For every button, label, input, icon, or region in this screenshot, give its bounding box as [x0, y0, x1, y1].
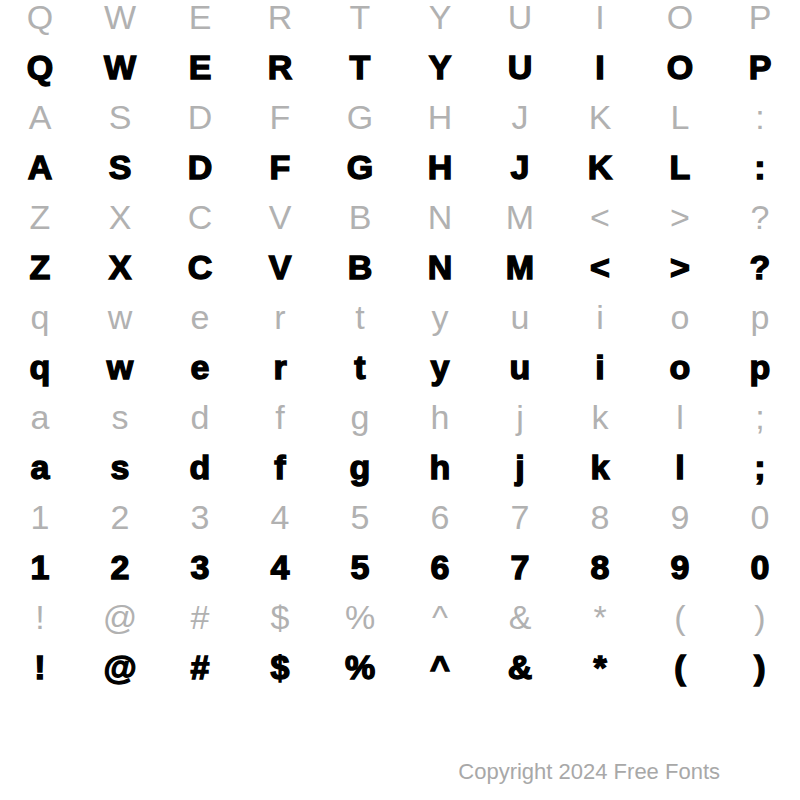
- glyph-cell: ;: [720, 442, 800, 492]
- glyph-cell: C: [160, 192, 240, 242]
- glyph-cell: A: [0, 92, 80, 142]
- copyright-text: Copyright 2024 Free Fonts: [0, 760, 720, 784]
- glyph-cell: k: [560, 392, 640, 442]
- glyph-cell: *: [560, 642, 640, 692]
- glyph-cell: R: [240, 42, 320, 92]
- glyph-cell: K: [560, 142, 640, 192]
- glyph-cell: G: [320, 92, 400, 142]
- glyph-cell: ;: [720, 392, 800, 442]
- glyph-cell: (: [640, 642, 720, 692]
- glyph-cell: 8: [560, 492, 640, 542]
- glyph-cell: T: [320, 42, 400, 92]
- glyph-cell: 5: [320, 542, 400, 592]
- glyph-cell: y: [400, 292, 480, 342]
- glyph-cell: i: [560, 342, 640, 392]
- glyph-cell: Z: [0, 242, 80, 292]
- glyph-cell: i: [560, 292, 640, 342]
- glyph-cell: R: [240, 0, 320, 42]
- glyph-cell: ?: [720, 192, 800, 242]
- glyph-cell: P: [720, 0, 800, 42]
- font-specimen-grid: QWERTYUIOPQWERTYUIOPASDFGHJKL:ASDFGHJKL:…: [0, 0, 800, 692]
- glyph-cell: y: [400, 342, 480, 392]
- glyph-cell: N: [400, 242, 480, 292]
- glyph-cell: I: [560, 0, 640, 42]
- glyph-cell: t: [320, 342, 400, 392]
- glyph-cell: e: [160, 292, 240, 342]
- glyph-cell: M: [480, 192, 560, 242]
- glyph-cell: a: [0, 442, 80, 492]
- glyph-cell: W: [80, 0, 160, 42]
- glyph-row-regular: !@#$%^&*(): [0, 592, 800, 642]
- glyph-cell: J: [480, 92, 560, 142]
- glyph-cell: Q: [0, 42, 80, 92]
- glyph-cell: C: [160, 242, 240, 292]
- glyph-cell: j: [480, 392, 560, 442]
- glyph-cell: I: [560, 42, 640, 92]
- glyph-cell: Q: [0, 0, 80, 42]
- glyph-row-regular: QWERTYUIOP: [0, 0, 800, 42]
- glyph-cell: O: [640, 0, 720, 42]
- glyph-cell: w: [80, 292, 160, 342]
- glyph-cell: d: [160, 442, 240, 492]
- glyph-cell: e: [160, 342, 240, 392]
- glyph-cell: H: [400, 92, 480, 142]
- glyph-cell: @: [80, 642, 160, 692]
- glyph-cell: B: [320, 242, 400, 292]
- glyph-cell: k: [560, 442, 640, 492]
- glyph-cell: U: [480, 42, 560, 92]
- glyph-cell: o: [640, 292, 720, 342]
- glyph-cell: s: [80, 392, 160, 442]
- glyph-cell: q: [0, 342, 80, 392]
- glyph-cell: p: [720, 292, 800, 342]
- glyph-cell: Y: [400, 42, 480, 92]
- glyph-cell: >: [640, 242, 720, 292]
- glyph-cell: g: [320, 392, 400, 442]
- glyph-cell: 9: [640, 542, 720, 592]
- glyph-cell: M: [480, 242, 560, 292]
- glyph-cell: %: [320, 642, 400, 692]
- glyph-cell: f: [240, 392, 320, 442]
- glyph-cell: ): [720, 642, 800, 692]
- glyph-cell: :: [720, 142, 800, 192]
- glyph-cell: d: [160, 392, 240, 442]
- glyph-cell: E: [160, 0, 240, 42]
- glyph-cell: S: [80, 142, 160, 192]
- glyph-cell: o: [640, 342, 720, 392]
- glyph-cell: 2: [80, 542, 160, 592]
- glyph-cell: A: [0, 142, 80, 192]
- glyph-cell: F: [240, 142, 320, 192]
- glyph-cell: :: [720, 92, 800, 142]
- glyph-cell: <: [560, 242, 640, 292]
- glyph-cell: &: [480, 592, 560, 642]
- glyph-cell: 2: [80, 492, 160, 542]
- glyph-row-black: asdfghjkl;: [0, 442, 800, 492]
- glyph-cell: u: [480, 292, 560, 342]
- glyph-cell: #: [160, 592, 240, 642]
- glyph-cell: r: [240, 342, 320, 392]
- glyph-cell: q: [0, 292, 80, 342]
- glyph-cell: F: [240, 92, 320, 142]
- glyph-cell: 7: [480, 542, 560, 592]
- glyph-row-regular: ZXCVBNM<>?: [0, 192, 800, 242]
- glyph-cell: s: [80, 442, 160, 492]
- glyph-cell: 0: [720, 542, 800, 592]
- glyph-cell: 1: [0, 492, 80, 542]
- glyph-cell: L: [640, 92, 720, 142]
- glyph-cell: G: [320, 142, 400, 192]
- glyph-row-regular: 1234567890: [0, 492, 800, 542]
- glyph-cell: D: [160, 92, 240, 142]
- glyph-cell: <: [560, 192, 640, 242]
- glyph-cell: S: [80, 92, 160, 142]
- glyph-cell: r: [240, 292, 320, 342]
- glyph-cell: Z: [0, 192, 80, 242]
- glyph-cell: @: [80, 592, 160, 642]
- glyph-cell: B: [320, 192, 400, 242]
- glyph-cell: ): [720, 592, 800, 642]
- glyph-cell: a: [0, 392, 80, 442]
- glyph-cell: $: [240, 642, 320, 692]
- glyph-cell: !: [0, 642, 80, 692]
- glyph-cell: 6: [400, 542, 480, 592]
- glyph-cell: 8: [560, 542, 640, 592]
- glyph-cell: f: [240, 442, 320, 492]
- glyph-row-black: !@#$%^&*(): [0, 642, 800, 692]
- glyph-cell: !: [0, 592, 80, 642]
- glyph-cell: *: [560, 592, 640, 642]
- glyph-cell: Y: [400, 0, 480, 42]
- glyph-cell: P: [720, 42, 800, 92]
- glyph-cell: t: [320, 292, 400, 342]
- glyph-cell: w: [80, 342, 160, 392]
- glyph-cell: 4: [240, 542, 320, 592]
- glyph-row-black: qwertyuiop: [0, 342, 800, 392]
- glyph-cell: X: [80, 192, 160, 242]
- glyph-cell: L: [640, 142, 720, 192]
- glyph-cell: 0: [720, 492, 800, 542]
- glyph-cell: X: [80, 242, 160, 292]
- glyph-cell: D: [160, 142, 240, 192]
- glyph-cell: ^: [400, 642, 480, 692]
- glyph-row-black: QWERTYUIOP: [0, 42, 800, 92]
- glyph-cell: ?: [720, 242, 800, 292]
- glyph-cell: h: [400, 442, 480, 492]
- glyph-cell: $: [240, 592, 320, 642]
- glyph-row-regular: qwertyuiop: [0, 292, 800, 342]
- glyph-cell: V: [240, 192, 320, 242]
- glyph-cell: h: [400, 392, 480, 442]
- glyph-cell: u: [480, 342, 560, 392]
- glyph-cell: 5: [320, 492, 400, 542]
- glyph-row-black: ASDFGHJKL:: [0, 142, 800, 192]
- glyph-cell: #: [160, 642, 240, 692]
- glyph-cell: J: [480, 142, 560, 192]
- glyph-cell: K: [560, 92, 640, 142]
- glyph-row-regular: asdfghjkl;: [0, 392, 800, 442]
- glyph-cell: T: [320, 0, 400, 42]
- glyph-cell: 9: [640, 492, 720, 542]
- glyph-cell: V: [240, 242, 320, 292]
- glyph-cell: &: [480, 642, 560, 692]
- glyph-cell: ^: [400, 592, 480, 642]
- glyph-cell: 3: [160, 492, 240, 542]
- glyph-cell: j: [480, 442, 560, 492]
- glyph-row-regular: ASDFGHJKL:: [0, 92, 800, 142]
- glyph-cell: 4: [240, 492, 320, 542]
- glyph-cell: 3: [160, 542, 240, 592]
- glyph-row-black: 1234567890: [0, 542, 800, 592]
- glyph-cell: g: [320, 442, 400, 492]
- glyph-cell: 1: [0, 542, 80, 592]
- glyph-cell: 6: [400, 492, 480, 542]
- glyph-cell: N: [400, 192, 480, 242]
- glyph-cell: U: [480, 0, 560, 42]
- glyph-cell: E: [160, 42, 240, 92]
- glyph-cell: O: [640, 42, 720, 92]
- glyph-cell: p: [720, 342, 800, 392]
- glyph-cell: H: [400, 142, 480, 192]
- glyph-row-black: ZXCVBNM<>?: [0, 242, 800, 292]
- glyph-cell: l: [640, 442, 720, 492]
- glyph-cell: %: [320, 592, 400, 642]
- glyph-cell: >: [640, 192, 720, 242]
- glyph-cell: (: [640, 592, 720, 642]
- glyph-cell: W: [80, 42, 160, 92]
- glyph-cell: l: [640, 392, 720, 442]
- glyph-cell: 7: [480, 492, 560, 542]
